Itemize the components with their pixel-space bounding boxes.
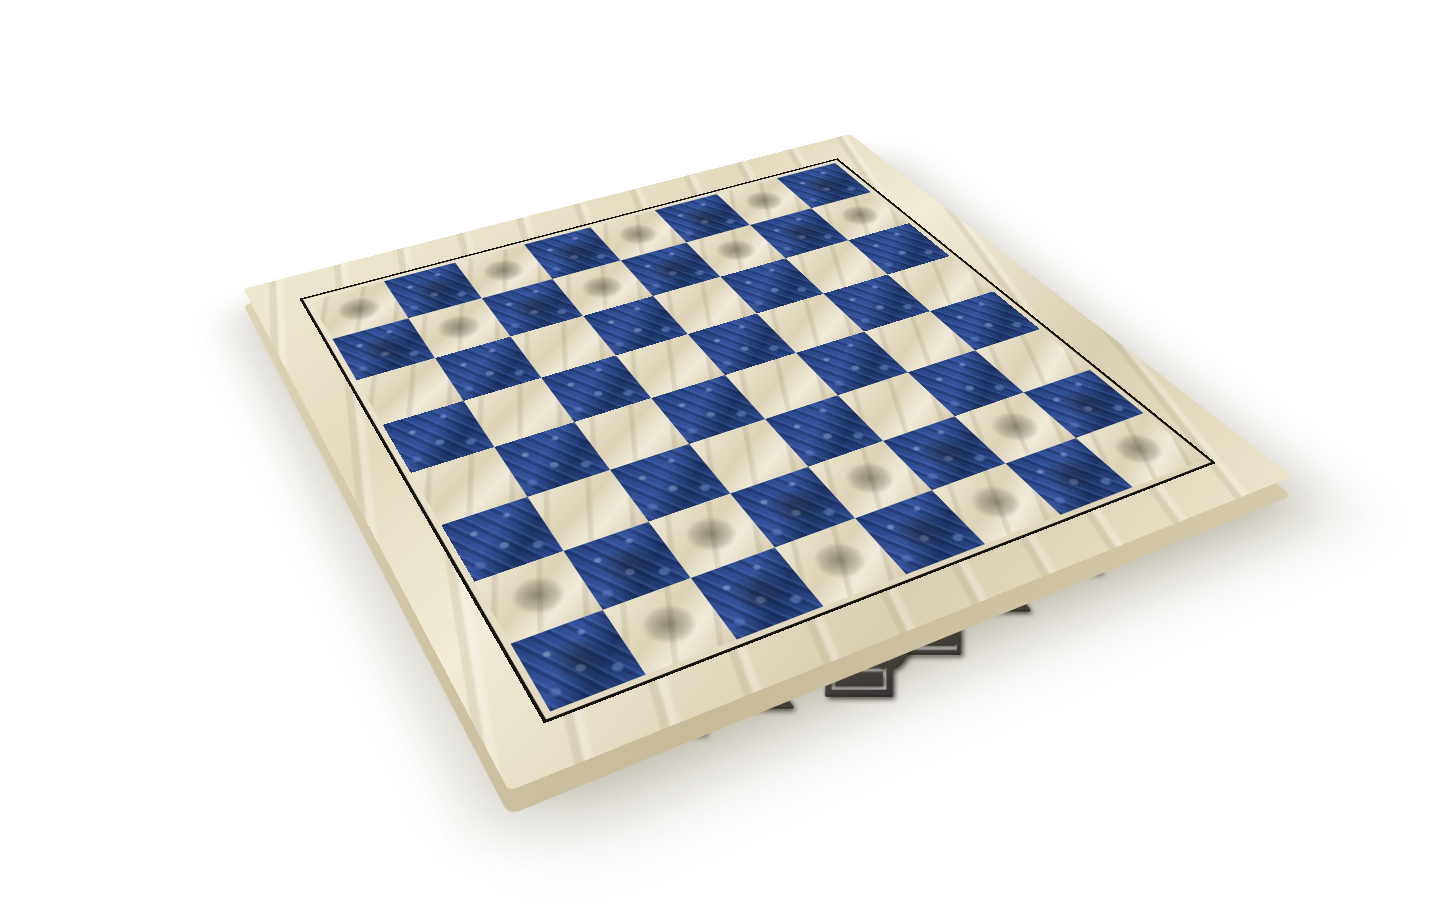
piece-shadow bbox=[1095, 423, 1183, 475]
piece-shadow bbox=[567, 268, 637, 307]
chess-set-scene: ♜♞♝♚♛♝♞♜♟♟♟♟♟♟♟♟♟♟♟♟♟♟♟♟♜♞♝♚♛♝♞♜ bbox=[0, 0, 1445, 922]
piece-shadow bbox=[424, 306, 495, 348]
piece-shadow bbox=[791, 169, 857, 201]
board-boundary-line: ♜♞♝♚♛♝♞♜♟♟♟♟♟♟♟♟♟♟♟♟♟♟♟♟♜♞♝♚♛♝♞♜ bbox=[299, 158, 1216, 723]
piece-shadow bbox=[398, 270, 467, 309]
piece-shadow bbox=[794, 530, 886, 591]
product-photo-background: { "game": "chess", "scene": "Staged prod… bbox=[0, 0, 1445, 922]
piece-shadow bbox=[348, 327, 420, 370]
piece-shadow bbox=[325, 289, 394, 329]
piece-shadow bbox=[749, 478, 836, 535]
piece-shadow bbox=[636, 250, 706, 287]
piece-shadow bbox=[826, 199, 894, 233]
piece-shadow bbox=[827, 451, 914, 505]
piece-shadow bbox=[530, 624, 625, 695]
piece-shadow bbox=[605, 217, 672, 252]
chess-board-grid: ♜♞♝♚♛♝♞♜♟♟♟♟♟♟♟♟♟♟♟♟♟♟♟♟♜♞♝♚♛♝♞♜ bbox=[310, 163, 1202, 711]
piece-shadow bbox=[497, 287, 568, 327]
piece-shadow bbox=[667, 505, 755, 564]
piece-shadow bbox=[669, 201, 736, 235]
piece-shadow bbox=[538, 234, 606, 270]
piece-shadow bbox=[582, 534, 671, 596]
piece-shadow bbox=[731, 185, 797, 218]
piece-shadow bbox=[765, 215, 834, 250]
piece-shadow bbox=[701, 232, 770, 268]
piece-shadow bbox=[1042, 379, 1126, 427]
perspective-board-wrapper: ♜♞♝♚♛♝♞♜♟♟♟♟♟♟♟♟♟♟♟♟♟♟♟♟♜♞♝♚♛♝♞♜ bbox=[243, 134, 1292, 791]
piece-shadow bbox=[493, 564, 583, 629]
piece-shadow bbox=[623, 591, 717, 659]
piece-shadow bbox=[470, 252, 538, 290]
square-h8[interactable]: ♜ bbox=[511, 610, 646, 711]
piece-shadow bbox=[710, 560, 803, 624]
piece-shadow bbox=[951, 475, 1041, 531]
square-f4[interactable] bbox=[541, 355, 651, 422]
